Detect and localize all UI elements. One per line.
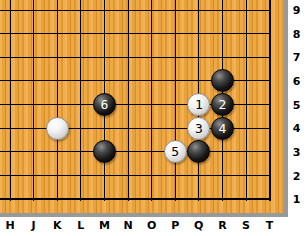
stone-R5-black[interactable]: 2 xyxy=(211,93,234,116)
row-label-6: 6 xyxy=(288,74,305,87)
col-label-O: O xyxy=(147,219,156,232)
go-diagram: 651324 HJKLMNOPQRST 987654321 xyxy=(0,0,308,236)
col-label-S: S xyxy=(242,219,250,232)
col-label-M: M xyxy=(99,219,110,232)
col-label-Q: Q xyxy=(194,219,203,232)
col-label-P: P xyxy=(171,219,179,232)
row-label-7: 7 xyxy=(288,51,305,64)
col-label-T: T xyxy=(266,219,274,232)
col-label-H: H xyxy=(5,219,14,232)
stone-P3-white[interactable]: 5 xyxy=(164,140,187,163)
stone-M3-black[interactable] xyxy=(93,140,116,163)
col-label-J: J xyxy=(32,219,36,232)
col-label-N: N xyxy=(123,219,132,232)
row-label-8: 8 xyxy=(288,27,305,40)
col-label-L: L xyxy=(77,219,84,232)
go-board[interactable]: 651324 xyxy=(0,0,288,217)
stone-move-number: 1 xyxy=(195,98,203,111)
row-label-5: 5 xyxy=(288,98,305,111)
stone-K4-white[interactable] xyxy=(46,117,69,140)
col-label-K: K xyxy=(53,219,62,232)
row-label-4: 4 xyxy=(288,122,305,135)
row-label-3: 3 xyxy=(288,145,305,158)
stone-move-number: 6 xyxy=(100,98,108,111)
stone-move-number: 2 xyxy=(218,98,226,111)
stone-Q4-white[interactable]: 3 xyxy=(187,117,210,140)
row-label-9: 9 xyxy=(288,4,305,17)
stone-move-number: 4 xyxy=(218,122,226,135)
row-label-1: 1 xyxy=(288,193,305,206)
stone-move-number: 3 xyxy=(195,122,203,135)
stone-R6-black[interactable] xyxy=(211,69,234,92)
row-label-2: 2 xyxy=(288,169,305,182)
col-label-R: R xyxy=(218,219,226,232)
stone-Q3-black[interactable] xyxy=(187,140,210,163)
stone-move-number: 5 xyxy=(171,145,179,158)
stones-layer: 651324 xyxy=(0,0,284,213)
stone-R4-black[interactable]: 4 xyxy=(211,117,234,140)
stone-M5-black[interactable]: 6 xyxy=(93,93,116,116)
stone-Q5-white[interactable]: 1 xyxy=(187,93,210,116)
